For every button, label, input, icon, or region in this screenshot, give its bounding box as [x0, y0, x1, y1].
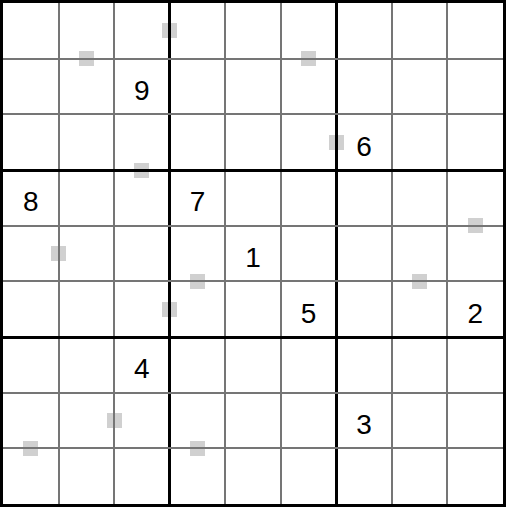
cell-r1c7[interactable]	[336, 3, 392, 59]
cell-r4c1[interactable]: 8	[3, 170, 59, 226]
cell-r5c2[interactable]	[59, 226, 115, 282]
cell-r1c5[interactable]	[225, 3, 281, 59]
cell-r5c7[interactable]	[336, 226, 392, 282]
cell-r9c7[interactable]	[336, 448, 392, 504]
cell-r1c2[interactable]	[59, 3, 115, 59]
cell-r5c4[interactable]	[170, 226, 226, 282]
cell-r3c6[interactable]	[281, 114, 337, 170]
cell-r2c7[interactable]	[336, 59, 392, 115]
cell-r9c8[interactable]	[392, 448, 448, 504]
cell-r9c9[interactable]	[447, 448, 503, 504]
cell-r2c5[interactable]	[225, 59, 281, 115]
cell-r7c3[interactable]: 4	[114, 337, 170, 393]
cell-r4c2[interactable]	[59, 170, 115, 226]
cell-r1c9[interactable]	[447, 3, 503, 59]
cell-r5c5[interactable]: 1	[225, 226, 281, 282]
cell-r6c8[interactable]	[392, 281, 448, 337]
cell-r3c9[interactable]	[447, 114, 503, 170]
cell-r5c9[interactable]	[447, 226, 503, 282]
cell-r7c7[interactable]	[336, 337, 392, 393]
cell-r9c2[interactable]	[59, 448, 115, 504]
cell-r4c5[interactable]	[225, 170, 281, 226]
cell-r7c2[interactable]	[59, 337, 115, 393]
cell-r3c1[interactable]	[3, 114, 59, 170]
cell-r3c5[interactable]	[225, 114, 281, 170]
cell-r7c5[interactable]	[225, 337, 281, 393]
cell-r2c2[interactable]	[59, 59, 115, 115]
cell-r8c7[interactable]: 3	[336, 393, 392, 449]
cell-r1c8[interactable]	[392, 3, 448, 59]
cell-r3c2[interactable]	[59, 114, 115, 170]
cell-r3c7[interactable]: 6	[336, 114, 392, 170]
cell-r6c5[interactable]	[225, 281, 281, 337]
cell-r8c2[interactable]	[59, 393, 115, 449]
cell-r6c1[interactable]	[3, 281, 59, 337]
cell-r8c9[interactable]	[447, 393, 503, 449]
cell-r5c3[interactable]	[114, 226, 170, 282]
cell-r2c8[interactable]	[392, 59, 448, 115]
cell-r7c4[interactable]	[170, 337, 226, 393]
cell-r2c1[interactable]	[3, 59, 59, 115]
cell-r9c4[interactable]	[170, 448, 226, 504]
cell-r1c6[interactable]	[281, 3, 337, 59]
cell-r4c8[interactable]	[392, 170, 448, 226]
cell-r8c4[interactable]	[170, 393, 226, 449]
cell-r2c3[interactable]: 9	[114, 59, 170, 115]
cell-r7c9[interactable]	[447, 337, 503, 393]
cell-r9c6[interactable]	[281, 448, 337, 504]
cell-r2c4[interactable]	[170, 59, 226, 115]
cell-r2c9[interactable]	[447, 59, 503, 115]
cell-r8c3[interactable]	[114, 393, 170, 449]
cell-r5c8[interactable]	[392, 226, 448, 282]
cell-r6c9[interactable]: 2	[447, 281, 503, 337]
cell-r3c8[interactable]	[392, 114, 448, 170]
cell-r6c6[interactable]: 5	[281, 281, 337, 337]
cell-r4c6[interactable]	[281, 170, 337, 226]
cell-r8c8[interactable]	[392, 393, 448, 449]
cell-r5c1[interactable]	[3, 226, 59, 282]
cell-r6c3[interactable]	[114, 281, 170, 337]
sudoku-board: 968715243	[0, 0, 506, 507]
cell-r4c7[interactable]	[336, 170, 392, 226]
cell-r9c1[interactable]	[3, 448, 59, 504]
cell-r6c4[interactable]	[170, 281, 226, 337]
cell-r3c4[interactable]	[170, 114, 226, 170]
cell-r1c1[interactable]	[3, 3, 59, 59]
cell-r9c5[interactable]	[225, 448, 281, 504]
cell-r8c5[interactable]	[225, 393, 281, 449]
cell-r7c8[interactable]	[392, 337, 448, 393]
cell-r3c3[interactable]	[114, 114, 170, 170]
cells: 968715243	[3, 3, 503, 504]
cell-r8c6[interactable]	[281, 393, 337, 449]
cell-r2c6[interactable]	[281, 59, 337, 115]
cell-r7c1[interactable]	[3, 337, 59, 393]
cell-r1c3[interactable]	[114, 3, 170, 59]
cell-r8c1[interactable]	[3, 393, 59, 449]
cell-r7c6[interactable]	[281, 337, 337, 393]
cell-r9c3[interactable]	[114, 448, 170, 504]
cell-r4c4[interactable]: 7	[170, 170, 226, 226]
cell-r4c9[interactable]	[447, 170, 503, 226]
cell-r6c2[interactable]	[59, 281, 115, 337]
cell-r6c7[interactable]	[336, 281, 392, 337]
cell-r5c6[interactable]	[281, 226, 337, 282]
cell-r1c4[interactable]	[170, 3, 226, 59]
cell-r4c3[interactable]	[114, 170, 170, 226]
